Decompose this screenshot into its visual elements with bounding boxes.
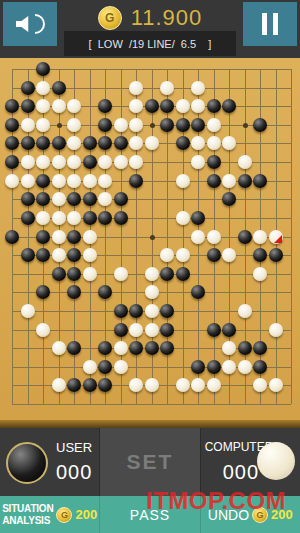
score-panel: USER 000 SET COMPUTER 000 <box>0 428 300 496</box>
white-stone <box>176 211 190 225</box>
hoshi-point <box>150 235 155 240</box>
black-stone <box>176 267 190 281</box>
situation-label-line1: SITUATION <box>2 503 53 515</box>
black-stone <box>114 304 128 318</box>
white-stone <box>52 248 66 262</box>
black-stone <box>5 118 19 132</box>
white-stone <box>114 341 128 355</box>
black-stone <box>129 341 143 355</box>
black-stone <box>83 192 97 206</box>
black-stone <box>207 248 221 262</box>
white-stone <box>21 304 35 318</box>
white-stone <box>36 323 50 337</box>
white-stone <box>83 360 97 374</box>
black-stone <box>269 248 283 262</box>
set-button[interactable]: SET <box>99 428 200 496</box>
black-stone <box>222 99 236 113</box>
black-stone <box>98 341 112 355</box>
watermark: ITMOP.COM <box>146 487 286 515</box>
white-stone <box>52 230 66 244</box>
white-stone <box>222 360 236 374</box>
white-stone <box>129 99 143 113</box>
white-stone-avatar <box>257 442 295 480</box>
white-stone <box>238 304 252 318</box>
user-label: USER <box>56 440 92 455</box>
black-stone <box>5 155 19 169</box>
black-stone <box>52 81 66 95</box>
header: G 11.900 [ LOW /19 LINE/ 6.5 ] <box>0 0 300 58</box>
white-stone <box>67 99 81 113</box>
white-stone <box>52 341 66 355</box>
go-board[interactable] <box>0 58 300 420</box>
white-stone <box>222 136 236 150</box>
white-stone <box>222 174 236 188</box>
black-stone <box>67 378 81 392</box>
hoshi-point <box>150 123 155 128</box>
white-stone <box>5 174 19 188</box>
black-stone <box>176 136 190 150</box>
black-stone <box>21 81 35 95</box>
white-stone <box>98 192 112 206</box>
black-stone <box>238 230 252 244</box>
white-stone <box>52 378 66 392</box>
black-stone <box>114 323 128 337</box>
black-stone <box>36 192 50 206</box>
black-stone <box>160 267 174 281</box>
white-stone <box>207 230 221 244</box>
white-stone <box>238 155 252 169</box>
black-stone <box>98 378 112 392</box>
white-stone <box>145 267 159 281</box>
white-stone <box>207 136 221 150</box>
black-stone <box>160 323 174 337</box>
white-stone <box>114 360 128 374</box>
situation-cost: 200 <box>75 507 97 522</box>
white-stone <box>160 81 174 95</box>
white-stone <box>129 323 143 337</box>
black-stone-avatar <box>6 442 48 484</box>
white-stone <box>176 248 190 262</box>
white-stone <box>83 230 97 244</box>
white-stone <box>67 118 81 132</box>
white-stone <box>83 174 97 188</box>
white-stone <box>145 304 159 318</box>
pause-icon <box>262 13 267 35</box>
hoshi-point <box>243 123 248 128</box>
white-stone <box>145 323 159 337</box>
white-stone <box>176 99 190 113</box>
black-stone <box>98 136 112 150</box>
white-stone <box>52 174 66 188</box>
white-stone <box>191 378 205 392</box>
black-stone <box>207 174 221 188</box>
black-stone <box>238 341 252 355</box>
white-stone <box>67 136 81 150</box>
white-stone <box>114 267 128 281</box>
black-stone <box>207 360 221 374</box>
white-stone <box>145 378 159 392</box>
black-stone <box>52 136 66 150</box>
white-stone <box>129 81 143 95</box>
black-stone <box>253 360 267 374</box>
black-stone <box>21 248 35 262</box>
black-stone <box>114 136 128 150</box>
black-stone <box>67 285 81 299</box>
white-stone <box>36 211 50 225</box>
game-settings-label: [ LOW /19 LINE/ 6.5 ] <box>64 31 236 56</box>
white-stone <box>191 155 205 169</box>
white-stone <box>52 99 66 113</box>
black-stone <box>5 230 19 244</box>
board-edge <box>0 420 300 428</box>
black-stone <box>160 99 174 113</box>
black-stone <box>191 360 205 374</box>
black-stone <box>253 174 267 188</box>
black-stone <box>191 211 205 225</box>
white-stone <box>160 248 174 262</box>
white-stone <box>21 174 35 188</box>
black-stone <box>207 323 221 337</box>
black-stone <box>36 62 50 76</box>
white-stone <box>36 99 50 113</box>
black-stone <box>5 136 19 150</box>
white-stone <box>114 155 128 169</box>
white-stone <box>129 378 143 392</box>
black-stone <box>67 192 81 206</box>
gold-coin-icon: G <box>56 507 72 523</box>
black-stone <box>67 267 81 281</box>
white-stone <box>253 230 267 244</box>
white-stone <box>52 211 66 225</box>
black-stone <box>222 323 236 337</box>
black-stone <box>83 211 97 225</box>
black-stone <box>98 118 112 132</box>
white-stone <box>129 136 143 150</box>
white-stone <box>114 118 128 132</box>
black-stone <box>253 248 267 262</box>
white-stone <box>67 155 81 169</box>
white-stone <box>83 248 97 262</box>
black-stone <box>52 267 66 281</box>
black-stone <box>83 155 97 169</box>
white-stone <box>67 211 81 225</box>
white-stone <box>253 378 267 392</box>
white-stone <box>253 267 267 281</box>
white-stone <box>36 81 50 95</box>
white-stone <box>145 136 159 150</box>
black-stone <box>36 230 50 244</box>
white-stone <box>129 155 143 169</box>
black-stone <box>98 285 112 299</box>
white-stone <box>67 174 81 188</box>
black-stone <box>21 136 35 150</box>
go-app: G 11.900 [ LOW /19 LINE/ 6.5 ] USER 000 … <box>0 0 300 533</box>
black-stone <box>160 118 174 132</box>
black-stone <box>83 136 97 150</box>
white-stone <box>98 155 112 169</box>
white-stone <box>269 323 283 337</box>
black-stone <box>253 341 267 355</box>
user-side: USER 000 <box>0 428 99 496</box>
black-stone <box>36 248 50 262</box>
black-stone <box>67 248 81 262</box>
black-stone <box>36 136 50 150</box>
black-stone <box>98 211 112 225</box>
white-stone <box>222 248 236 262</box>
gold-amount: 11.900 <box>131 5 203 31</box>
white-stone <box>176 174 190 188</box>
black-stone <box>191 118 205 132</box>
black-stone <box>83 378 97 392</box>
white-stone <box>191 99 205 113</box>
black-stone <box>160 304 174 318</box>
black-stone <box>207 155 221 169</box>
go-board-grid[interactable] <box>12 69 291 404</box>
black-stone <box>98 360 112 374</box>
pause-button[interactable] <box>243 2 297 46</box>
black-stone <box>5 99 19 113</box>
black-stone <box>222 192 236 206</box>
black-stone <box>129 304 143 318</box>
white-stone <box>207 378 221 392</box>
white-stone <box>21 155 35 169</box>
black-stone <box>129 174 143 188</box>
white-stone <box>191 81 205 95</box>
black-stone <box>191 285 205 299</box>
black-stone <box>67 341 81 355</box>
white-stone <box>36 118 50 132</box>
gold-coin-icon: G <box>98 6 122 30</box>
black-stone <box>36 285 50 299</box>
black-stone <box>145 341 159 355</box>
white-stone <box>191 230 205 244</box>
white-stone <box>52 155 66 169</box>
white-stone <box>222 341 236 355</box>
white-stone <box>83 267 97 281</box>
black-stone <box>98 99 112 113</box>
white-stone <box>52 192 66 206</box>
black-stone <box>145 99 159 113</box>
black-stone <box>238 174 252 188</box>
hoshi-point <box>57 123 62 128</box>
white-stone <box>191 136 205 150</box>
black-stone <box>21 211 35 225</box>
black-stone <box>67 230 81 244</box>
white-stone <box>129 118 143 132</box>
computer-side: COMPUTER 000 <box>201 428 300 496</box>
black-stone <box>160 341 174 355</box>
black-stone <box>253 118 267 132</box>
white-stone <box>145 285 159 299</box>
white-stone <box>98 174 112 188</box>
user-score: 000 <box>56 461 92 484</box>
black-stone <box>114 192 128 206</box>
white-stone <box>269 378 283 392</box>
black-stone <box>21 99 35 113</box>
computer-score: 000 <box>223 461 259 484</box>
black-stone <box>176 118 190 132</box>
white-stone <box>269 230 283 244</box>
black-stone <box>21 192 35 206</box>
situation-label-line2: ANALYSIS <box>2 515 53 527</box>
white-stone <box>238 360 252 374</box>
situation-analysis-button[interactable]: SITUATION ANALYSIS G 200 <box>0 496 99 533</box>
black-stone <box>36 174 50 188</box>
black-stone <box>207 99 221 113</box>
last-move-marker <box>274 235 282 243</box>
white-stone <box>36 155 50 169</box>
white-stone <box>207 118 221 132</box>
white-stone <box>21 118 35 132</box>
black-stone <box>114 211 128 225</box>
white-stone <box>176 378 190 392</box>
